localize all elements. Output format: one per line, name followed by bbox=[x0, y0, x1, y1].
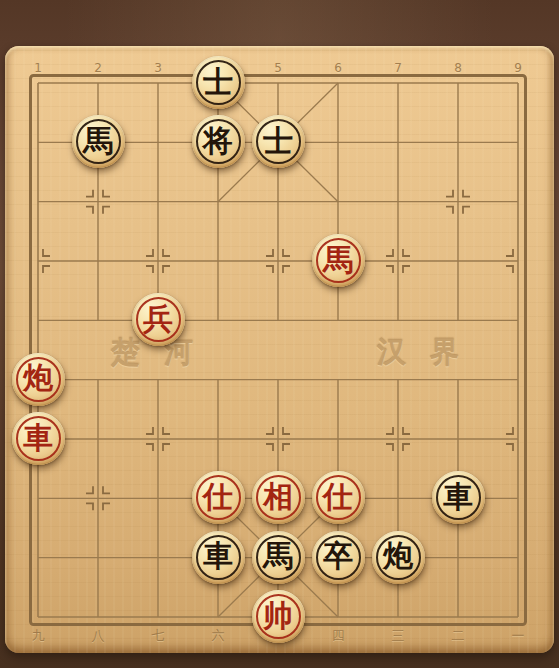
piece-black-general[interactable]: 将 bbox=[192, 115, 245, 168]
piece-glyph: 士 bbox=[192, 55, 245, 108]
piece-black-chariot[interactable]: 車 bbox=[432, 471, 485, 524]
board-point: 兵 bbox=[128, 290, 188, 349]
board-point: 車 bbox=[188, 528, 248, 587]
piece-black-horse[interactable]: 馬 bbox=[252, 531, 305, 584]
board-point: 卒 bbox=[308, 528, 368, 587]
board-point: 帅 bbox=[248, 587, 308, 646]
piece-black-advisor[interactable]: 士 bbox=[192, 56, 245, 109]
board-point: 将 bbox=[188, 112, 248, 171]
board-point: 士 bbox=[188, 53, 248, 112]
board-point: 車 bbox=[428, 468, 488, 527]
piece-red-general[interactable]: 帅 bbox=[252, 590, 305, 643]
board-point: 馬 bbox=[248, 528, 308, 587]
piece-glyph: 仕 bbox=[192, 470, 245, 523]
piece-glyph: 炮 bbox=[372, 530, 425, 583]
board-point: 士 bbox=[248, 112, 308, 171]
piece-black-advisor[interactable]: 士 bbox=[252, 115, 305, 168]
piece-red-elephant[interactable]: 相 bbox=[252, 471, 305, 524]
xiangqi-app: 123456789 九八七六五四三二一 楚河 汉界 士馬将士車車馬卒炮馬兵炮車仕… bbox=[0, 0, 559, 668]
board-point: 馬 bbox=[68, 112, 128, 171]
piece-glyph: 帅 bbox=[252, 589, 305, 642]
piece-glyph: 車 bbox=[192, 530, 245, 583]
piece-glyph: 将 bbox=[192, 114, 245, 167]
piece-black-chariot[interactable]: 車 bbox=[192, 531, 245, 584]
piece-glyph: 士 bbox=[252, 114, 305, 167]
board-point: 炮 bbox=[368, 528, 428, 587]
piece-black-cannon[interactable]: 炮 bbox=[372, 531, 425, 584]
piece-black-horse[interactable]: 馬 bbox=[72, 115, 125, 168]
piece-red-advisor[interactable]: 仕 bbox=[192, 471, 245, 524]
board-point: 仕 bbox=[188, 468, 248, 527]
board-point: 車 bbox=[8, 409, 68, 468]
piece-glyph: 相 bbox=[252, 470, 305, 523]
board-point: 相 bbox=[248, 468, 308, 527]
piece-glyph: 兵 bbox=[132, 292, 185, 345]
board-point: 仕 bbox=[308, 468, 368, 527]
board-point: 馬 bbox=[308, 231, 368, 290]
piece-red-soldier[interactable]: 兵 bbox=[132, 293, 185, 346]
piece-red-chariot[interactable]: 車 bbox=[12, 412, 65, 465]
piece-red-horse[interactable]: 馬 bbox=[312, 234, 365, 287]
piece-glyph: 馬 bbox=[312, 233, 365, 286]
piece-glyph: 馬 bbox=[252, 530, 305, 583]
piece-glyph: 卒 bbox=[312, 530, 365, 583]
piece-red-cannon[interactable]: 炮 bbox=[12, 353, 65, 406]
pieces-layer: 士馬将士車車馬卒炮馬兵炮車仕相仕帅 bbox=[8, 53, 548, 646]
piece-glyph: 仕 bbox=[312, 470, 365, 523]
xiangqi-board[interactable]: 123456789 九八七六五四三二一 楚河 汉界 士馬将士車車馬卒炮馬兵炮車仕… bbox=[5, 46, 554, 653]
piece-red-advisor[interactable]: 仕 bbox=[312, 471, 365, 524]
piece-glyph: 炮 bbox=[12, 352, 65, 405]
piece-glyph: 車 bbox=[12, 411, 65, 464]
piece-glyph: 馬 bbox=[72, 114, 125, 167]
piece-glyph: 車 bbox=[432, 470, 485, 523]
piece-black-soldier[interactable]: 卒 bbox=[312, 531, 365, 584]
board-point: 炮 bbox=[8, 350, 68, 409]
